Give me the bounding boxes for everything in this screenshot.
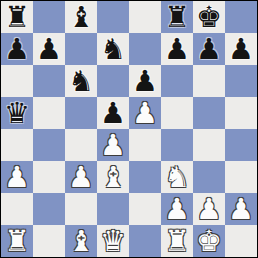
square-h1[interactable]: [225, 225, 257, 257]
square-e4[interactable]: [129, 129, 161, 161]
white-bishop-piece[interactable]: ♝: [68, 227, 94, 256]
square-d6[interactable]: [97, 65, 129, 97]
black-pawn-piece[interactable]: ♟: [100, 99, 126, 128]
square-c4[interactable]: [65, 129, 97, 161]
black-pawn-piece[interactable]: ♟: [132, 67, 158, 96]
square-f5[interactable]: [161, 97, 193, 129]
square-a2[interactable]: [1, 193, 33, 225]
square-a7[interactable]: ♟: [1, 33, 33, 65]
white-king-piece[interactable]: ♚: [196, 227, 222, 256]
square-b3[interactable]: [33, 161, 65, 193]
square-a8[interactable]: ♜: [1, 1, 33, 33]
white-bishop-piece[interactable]: ♝: [100, 163, 126, 192]
white-rook-piece[interactable]: ♜: [4, 227, 30, 256]
square-e7[interactable]: [129, 33, 161, 65]
square-a3[interactable]: ♟: [1, 161, 33, 193]
square-c1[interactable]: ♝: [65, 225, 97, 257]
square-c6[interactable]: ♞: [65, 65, 97, 97]
square-c8[interactable]: ♝: [65, 1, 97, 33]
white-pawn-piece[interactable]: ♟: [100, 131, 126, 160]
square-g3[interactable]: [193, 161, 225, 193]
square-h2[interactable]: ♟: [225, 193, 257, 225]
square-e1[interactable]: [129, 225, 161, 257]
white-pawn-piece[interactable]: ♟: [68, 163, 94, 192]
white-rook-piece[interactable]: ♜: [164, 227, 190, 256]
square-f2[interactable]: ♟: [161, 193, 193, 225]
chess-board: ♜♝♜♚♟♟♞♟♟♟♞♟♛♟♟♟♟♟♝♞♟♟♟♜♝♛♜♚: [0, 0, 258, 258]
square-h4[interactable]: [225, 129, 257, 161]
square-h5[interactable]: [225, 97, 257, 129]
black-knight-piece[interactable]: ♞: [68, 67, 94, 96]
black-bishop-piece[interactable]: ♝: [68, 3, 94, 32]
white-pawn-piece[interactable]: ♟: [4, 163, 30, 192]
square-e8[interactable]: [129, 1, 161, 33]
white-queen-piece[interactable]: ♛: [100, 227, 126, 256]
black-pawn-piece[interactable]: ♟: [228, 35, 254, 64]
square-g4[interactable]: [193, 129, 225, 161]
square-e2[interactable]: [129, 193, 161, 225]
square-g7[interactable]: ♟: [193, 33, 225, 65]
square-g5[interactable]: [193, 97, 225, 129]
square-d8[interactable]: [97, 1, 129, 33]
black-rook-piece[interactable]: ♜: [4, 3, 30, 32]
square-g1[interactable]: ♚: [193, 225, 225, 257]
square-d1[interactable]: ♛: [97, 225, 129, 257]
square-h6[interactable]: [225, 65, 257, 97]
white-pawn-piece[interactable]: ♟: [164, 195, 190, 224]
white-knight-piece[interactable]: ♞: [164, 163, 190, 192]
black-pawn-piece[interactable]: ♟: [164, 35, 190, 64]
square-c5[interactable]: [65, 97, 97, 129]
black-pawn-piece[interactable]: ♟: [4, 35, 30, 64]
square-d3[interactable]: ♝: [97, 161, 129, 193]
square-f1[interactable]: ♜: [161, 225, 193, 257]
white-pawn-piece[interactable]: ♟: [228, 195, 254, 224]
square-e3[interactable]: [129, 161, 161, 193]
black-queen-piece[interactable]: ♛: [4, 99, 30, 128]
square-b4[interactable]: [33, 129, 65, 161]
black-rook-piece[interactable]: ♜: [164, 3, 190, 32]
square-b2[interactable]: [33, 193, 65, 225]
square-e5[interactable]: ♟: [129, 97, 161, 129]
square-c2[interactable]: [65, 193, 97, 225]
square-f4[interactable]: [161, 129, 193, 161]
square-b7[interactable]: ♟: [33, 33, 65, 65]
square-a1[interactable]: ♜: [1, 225, 33, 257]
square-d4[interactable]: ♟: [97, 129, 129, 161]
square-g8[interactable]: ♚: [193, 1, 225, 33]
square-a5[interactable]: ♛: [1, 97, 33, 129]
square-b1[interactable]: [33, 225, 65, 257]
square-b6[interactable]: [33, 65, 65, 97]
square-c3[interactable]: ♟: [65, 161, 97, 193]
square-h3[interactable]: [225, 161, 257, 193]
square-f6[interactable]: [161, 65, 193, 97]
square-f8[interactable]: ♜: [161, 1, 193, 33]
square-h8[interactable]: [225, 1, 257, 33]
square-d7[interactable]: ♞: [97, 33, 129, 65]
white-pawn-piece[interactable]: ♟: [132, 99, 158, 128]
square-f7[interactable]: ♟: [161, 33, 193, 65]
white-pawn-piece[interactable]: ♟: [196, 195, 222, 224]
square-f3[interactable]: ♞: [161, 161, 193, 193]
square-g6[interactable]: [193, 65, 225, 97]
square-e6[interactable]: ♟: [129, 65, 161, 97]
square-h7[interactable]: ♟: [225, 33, 257, 65]
square-d2[interactable]: [97, 193, 129, 225]
black-knight-piece[interactable]: ♞: [100, 35, 126, 64]
square-b8[interactable]: [33, 1, 65, 33]
square-g2[interactable]: ♟: [193, 193, 225, 225]
square-d5[interactable]: ♟: [97, 97, 129, 129]
square-a4[interactable]: [1, 129, 33, 161]
square-c7[interactable]: [65, 33, 97, 65]
black-pawn-piece[interactable]: ♟: [36, 35, 62, 64]
square-b5[interactable]: [33, 97, 65, 129]
square-a6[interactable]: [1, 65, 33, 97]
black-king-piece[interactable]: ♚: [196, 3, 222, 32]
black-pawn-piece[interactable]: ♟: [196, 35, 222, 64]
